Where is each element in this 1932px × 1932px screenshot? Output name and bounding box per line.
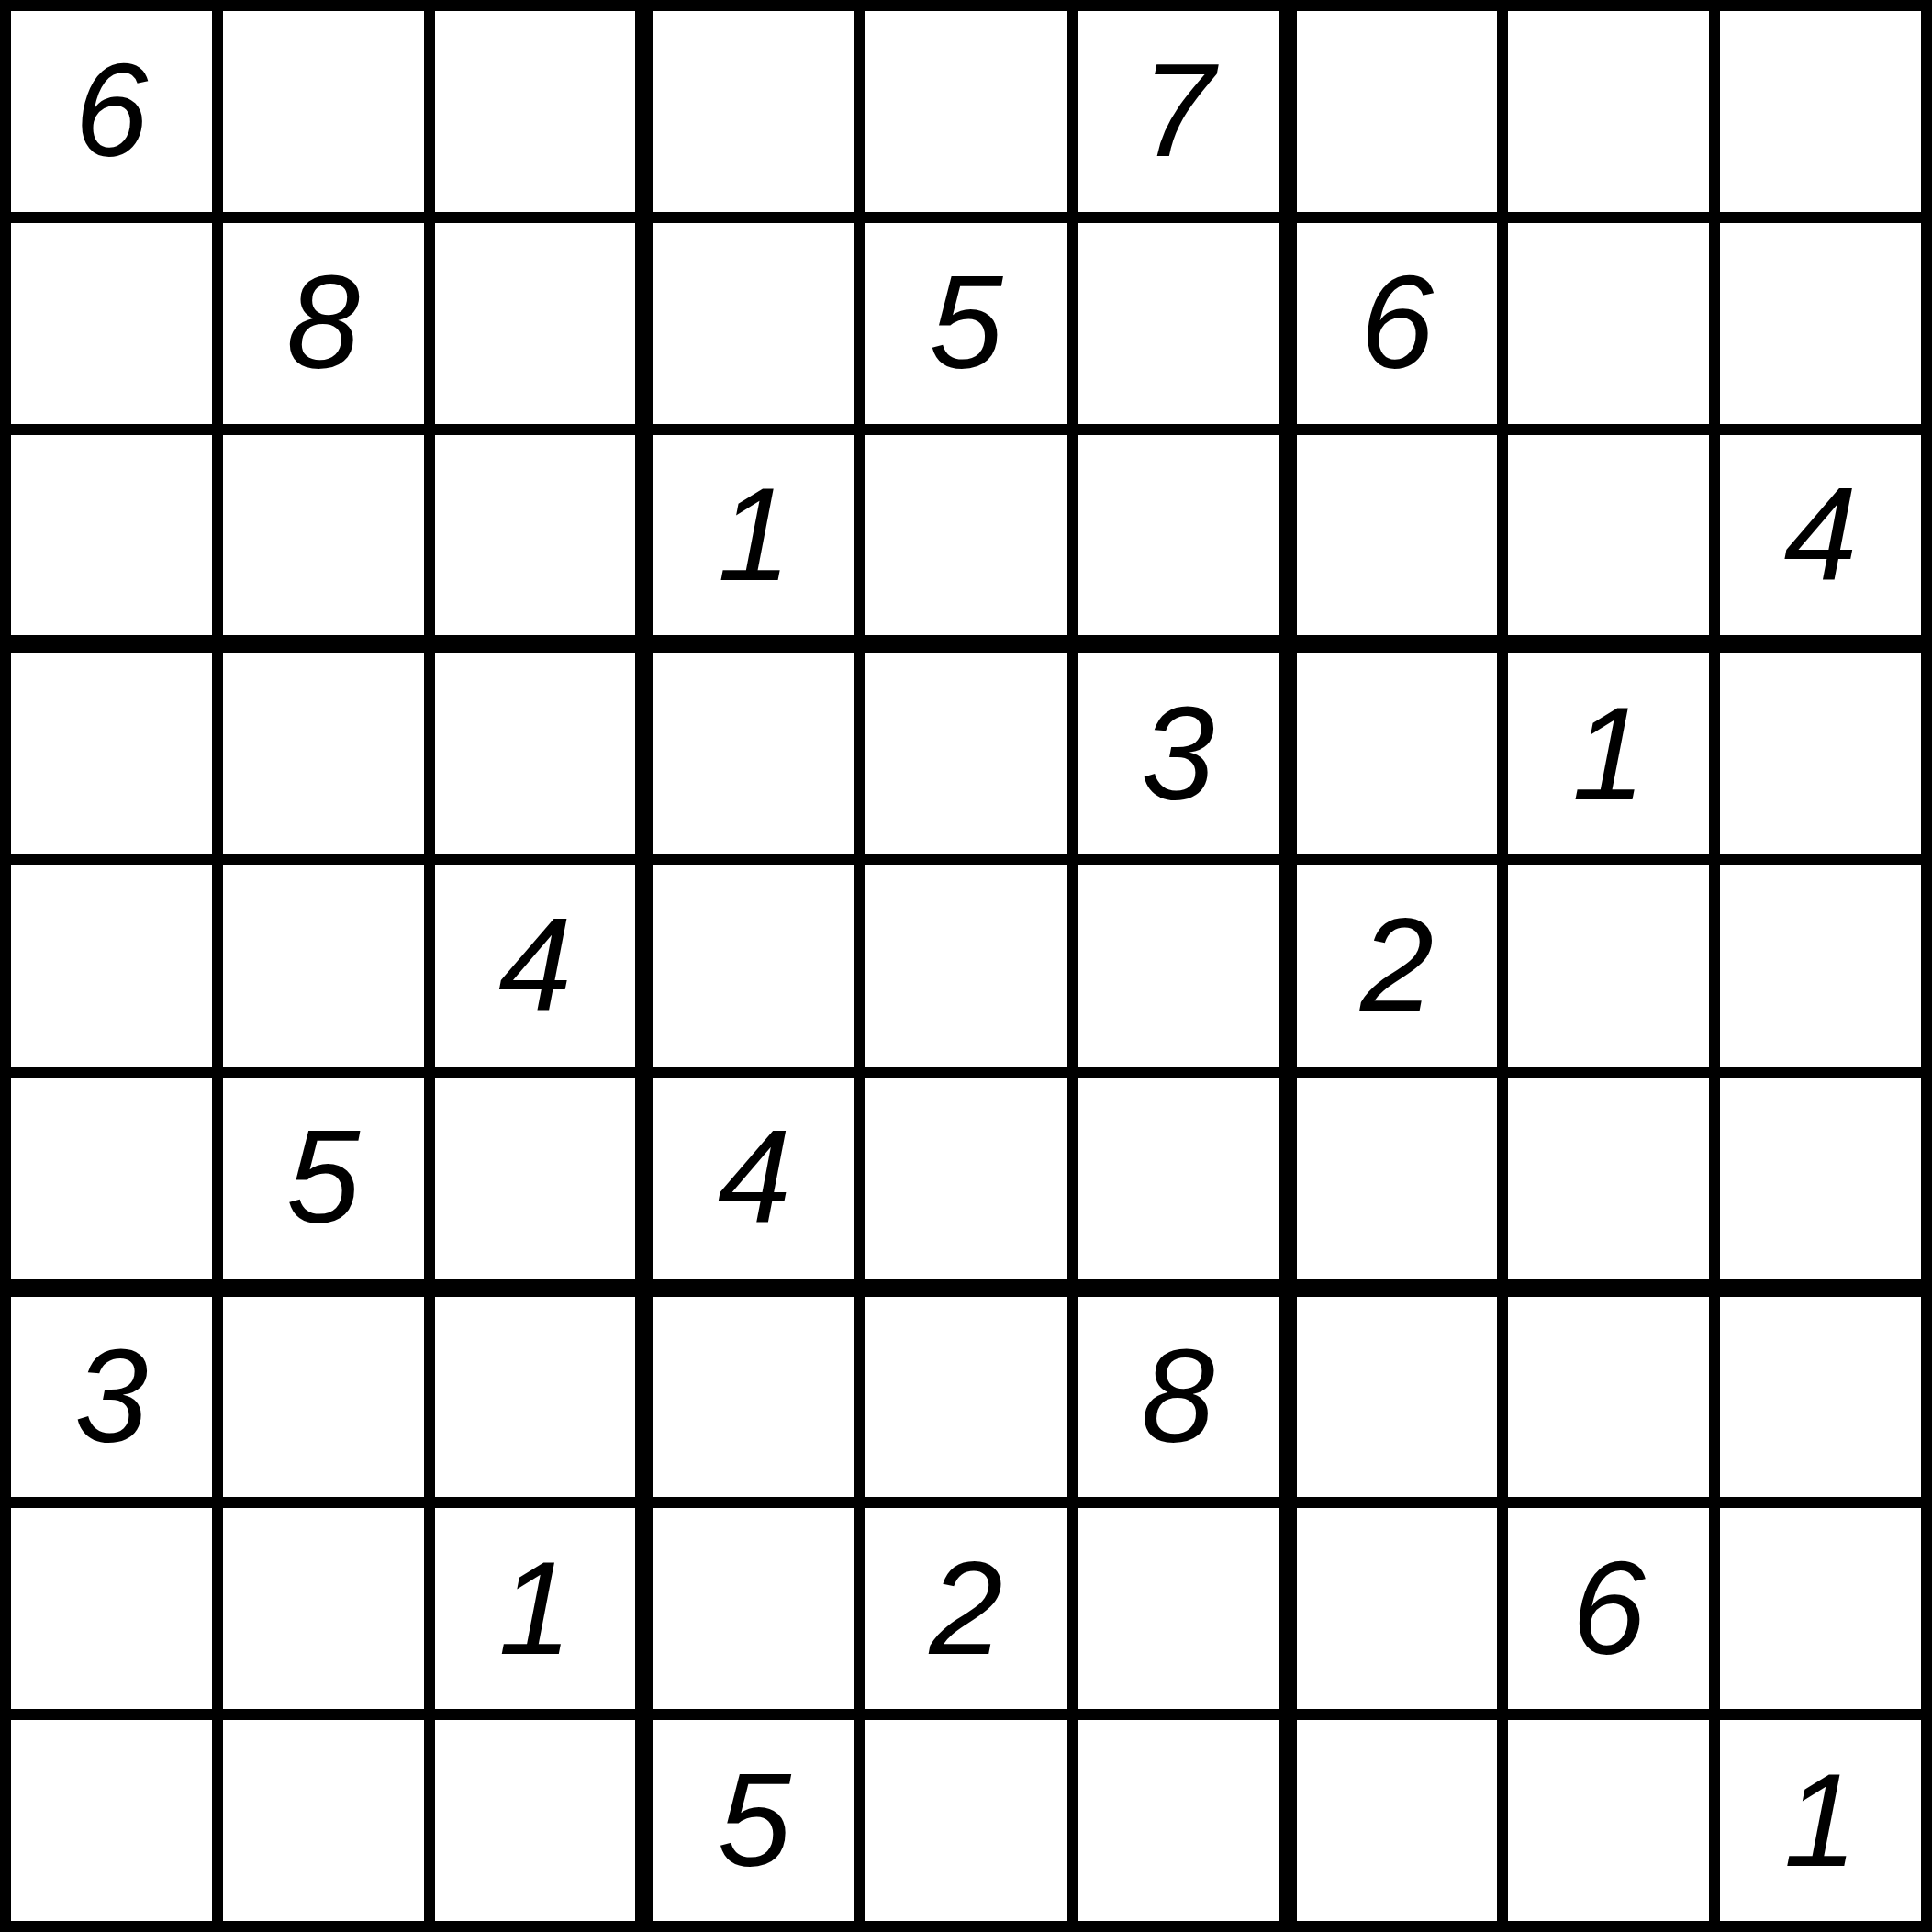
cell-r3c5[interactable]: [865, 435, 1067, 636]
box-3-2: 825: [653, 1297, 1278, 1921]
cell-r2c9[interactable]: [1720, 223, 1921, 424]
cell-r9c9[interactable]: 1: [1720, 1720, 1921, 1921]
cell-r7c7[interactable]: [1297, 1297, 1498, 1498]
cell-r3c8[interactable]: [1508, 435, 1709, 636]
cell-r2c8[interactable]: [1508, 223, 1709, 424]
cell-r1c2[interactable]: [223, 11, 424, 212]
cell-r7c4[interactable]: [653, 1297, 854, 1498]
cell-r1c6[interactable]: 7: [1078, 11, 1279, 212]
cell-r1c4[interactable]: [653, 11, 854, 212]
cell-r7c1[interactable]: 3: [11, 1297, 212, 1498]
cell-r6c9[interactable]: [1720, 1078, 1921, 1279]
cell-r5c4[interactable]: [653, 865, 854, 1067]
cell-r4c4[interactable]: [653, 653, 854, 854]
box-1-3: 64: [1297, 11, 1921, 635]
cell-r5c7[interactable]: 2: [1297, 865, 1498, 1067]
cell-r7c6[interactable]: 8: [1078, 1297, 1279, 1498]
cell-r3c1[interactable]: [11, 435, 212, 636]
cell-r9c7[interactable]: [1297, 1720, 1498, 1921]
cell-r4c9[interactable]: [1720, 653, 1921, 854]
box-1-2: 751: [653, 11, 1278, 635]
cell-r5c9[interactable]: [1720, 865, 1921, 1067]
cell-r8c6[interactable]: [1078, 1508, 1279, 1709]
cell-r3c9[interactable]: 4: [1720, 435, 1921, 636]
box-1-1: 68: [11, 11, 635, 635]
cell-r7c5[interactable]: [865, 1297, 1067, 1498]
cell-r4c7[interactable]: [1297, 653, 1498, 854]
cell-r3c2[interactable]: [223, 435, 424, 636]
cell-r3c7[interactable]: [1297, 435, 1498, 636]
cell-r6c6[interactable]: [1078, 1078, 1279, 1279]
box-2-3: 12: [1297, 653, 1921, 1278]
cell-r5c1[interactable]: [11, 865, 212, 1067]
cell-r8c5[interactable]: 2: [865, 1508, 1067, 1709]
cell-r8c4[interactable]: [653, 1508, 854, 1709]
cell-r1c1[interactable]: 6: [11, 11, 212, 212]
cell-r2c1[interactable]: [11, 223, 212, 424]
box-3-1: 31: [11, 1297, 635, 1921]
cell-r8c7[interactable]: [1297, 1508, 1498, 1709]
cell-r9c1[interactable]: [11, 1720, 212, 1921]
cell-r1c7[interactable]: [1297, 11, 1498, 212]
sudoku-board: 68751644534123182561: [0, 0, 1932, 1932]
cell-r5c6[interactable]: [1078, 865, 1279, 1067]
cell-r2c6[interactable]: [1078, 223, 1279, 424]
cell-r5c2[interactable]: [223, 865, 424, 1067]
cell-r8c9[interactable]: [1720, 1508, 1921, 1709]
cell-r7c2[interactable]: [223, 1297, 424, 1498]
cell-r6c4[interactable]: 4: [653, 1078, 854, 1279]
cell-r4c5[interactable]: [865, 653, 1067, 854]
cell-r3c3[interactable]: [435, 435, 636, 636]
cell-r6c2[interactable]: 5: [223, 1078, 424, 1279]
cell-r7c9[interactable]: [1720, 1297, 1921, 1498]
cell-r7c3[interactable]: [435, 1297, 636, 1498]
cell-r6c7[interactable]: [1297, 1078, 1498, 1279]
cell-r8c2[interactable]: [223, 1508, 424, 1709]
cell-r1c5[interactable]: [865, 11, 1067, 212]
cell-r6c1[interactable]: [11, 1078, 212, 1279]
cell-r5c8[interactable]: [1508, 865, 1709, 1067]
box-3-3: 61: [1297, 1297, 1921, 1921]
cell-r2c2[interactable]: 8: [223, 223, 424, 424]
cell-r5c3[interactable]: 4: [435, 865, 636, 1067]
cell-r4c1[interactable]: [11, 653, 212, 854]
cell-r8c1[interactable]: [11, 1508, 212, 1709]
cell-r4c2[interactable]: [223, 653, 424, 854]
cell-r1c8[interactable]: [1508, 11, 1709, 212]
cell-r4c8[interactable]: 1: [1508, 653, 1709, 854]
cell-r4c6[interactable]: 3: [1078, 653, 1279, 854]
cell-r5c5[interactable]: [865, 865, 1067, 1067]
cell-r2c4[interactable]: [653, 223, 854, 424]
cell-r9c5[interactable]: [865, 1720, 1067, 1921]
cell-r2c5[interactable]: 5: [865, 223, 1067, 424]
box-2-1: 45: [11, 653, 635, 1278]
cell-r7c8[interactable]: [1508, 1297, 1709, 1498]
cell-r2c7[interactable]: 6: [1297, 223, 1498, 424]
cell-r1c3[interactable]: [435, 11, 636, 212]
cell-r9c6[interactable]: [1078, 1720, 1279, 1921]
cell-r1c9[interactable]: [1720, 11, 1921, 212]
cell-r6c3[interactable]: [435, 1078, 636, 1279]
cell-r6c8[interactable]: [1508, 1078, 1709, 1279]
box-2-2: 34: [653, 653, 1278, 1278]
cell-r4c3[interactable]: [435, 653, 636, 854]
cell-r3c4[interactable]: 1: [653, 435, 854, 636]
cell-r9c8[interactable]: [1508, 1720, 1709, 1921]
cell-r9c4[interactable]: 5: [653, 1720, 854, 1921]
cell-r8c8[interactable]: 6: [1508, 1508, 1709, 1709]
cell-r3c6[interactable]: [1078, 435, 1279, 636]
cell-r6c5[interactable]: [865, 1078, 1067, 1279]
cell-r9c2[interactable]: [223, 1720, 424, 1921]
cell-r8c3[interactable]: 1: [435, 1508, 636, 1709]
cell-r9c3[interactable]: [435, 1720, 636, 1921]
cell-r2c3[interactable]: [435, 223, 636, 424]
